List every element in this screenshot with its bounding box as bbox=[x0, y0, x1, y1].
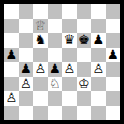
chess-board: ♛♕♞♛♚♟♟♟♟♟♙♟♟♙♟♙♟♙♞♘♚♔♟♙ bbox=[4, 4, 120, 120]
square-e8[interactable] bbox=[62, 4, 77, 19]
square-c5[interactable] bbox=[33, 48, 48, 63]
square-g6[interactable]: ♟ bbox=[91, 33, 106, 48]
square-f8[interactable] bbox=[77, 4, 92, 19]
piece-glyph: ♟ bbox=[92, 33, 104, 47]
piece-black-pawn: ♟ bbox=[19, 62, 34, 77]
piece-glyph: ♟ bbox=[107, 48, 119, 62]
piece-glyph: ♘ bbox=[49, 77, 61, 91]
piece-glyph: ♟ bbox=[20, 62, 32, 76]
square-c7[interactable]: ♛♕ bbox=[33, 19, 48, 34]
piece-glyph: ♛ bbox=[63, 33, 75, 47]
piece-white-pawn: ♟♙ bbox=[91, 62, 106, 77]
square-e4[interactable]: ♟♙ bbox=[62, 62, 77, 77]
square-g8[interactable] bbox=[91, 4, 106, 19]
piece-glyph: ♙ bbox=[92, 62, 104, 76]
square-a8[interactable] bbox=[4, 4, 19, 19]
square-e2[interactable] bbox=[62, 91, 77, 106]
square-h4[interactable] bbox=[106, 62, 121, 77]
square-d5[interactable] bbox=[48, 48, 63, 63]
piece-glyph: ♙ bbox=[63, 62, 75, 76]
square-f7[interactable] bbox=[77, 19, 92, 34]
piece-black-pawn: ♟ bbox=[48, 62, 63, 77]
square-h1[interactable] bbox=[106, 106, 121, 121]
chess-diagram: ♛♕♞♛♚♟♟♟♟♟♙♟♟♙♟♙♟♙♞♘♚♔♟♙ bbox=[0, 0, 124, 124]
square-b6[interactable] bbox=[19, 33, 34, 48]
piece-white-pawn: ♟♙ bbox=[62, 62, 77, 77]
piece-white-pawn: ♟♙ bbox=[19, 77, 34, 92]
square-d4[interactable]: ♟ bbox=[48, 62, 63, 77]
square-e3[interactable] bbox=[62, 77, 77, 92]
square-h6[interactable] bbox=[106, 33, 121, 48]
square-d3[interactable]: ♞♘ bbox=[48, 77, 63, 92]
piece-glyph: ♞ bbox=[34, 33, 46, 47]
square-a1[interactable] bbox=[4, 106, 19, 121]
square-c2[interactable] bbox=[33, 91, 48, 106]
square-d7[interactable] bbox=[48, 19, 63, 34]
square-b1[interactable] bbox=[19, 106, 34, 121]
piece-white-queen: ♛♕ bbox=[33, 19, 48, 34]
square-g4[interactable]: ♟♙ bbox=[91, 62, 106, 77]
square-d2[interactable] bbox=[48, 91, 63, 106]
piece-glyph: ♙ bbox=[20, 77, 32, 91]
square-g3[interactable] bbox=[91, 77, 106, 92]
square-c1[interactable] bbox=[33, 106, 48, 121]
piece-glyph: ♚ bbox=[78, 33, 90, 47]
square-d1[interactable] bbox=[48, 106, 63, 121]
square-h2[interactable] bbox=[106, 91, 121, 106]
piece-glyph: ♙ bbox=[34, 62, 46, 76]
piece-black-king: ♚ bbox=[77, 33, 92, 48]
piece-white-knight: ♞♘ bbox=[48, 77, 63, 92]
piece-white-pawn: ♟♙ bbox=[4, 91, 19, 106]
square-b8[interactable] bbox=[19, 4, 34, 19]
square-d8[interactable] bbox=[48, 4, 63, 19]
piece-white-king: ♚♔ bbox=[77, 77, 92, 92]
square-b3[interactable]: ♟♙ bbox=[19, 77, 34, 92]
square-c4[interactable]: ♟♙ bbox=[33, 62, 48, 77]
square-a4[interactable] bbox=[4, 62, 19, 77]
square-e5[interactable] bbox=[62, 48, 77, 63]
square-h8[interactable] bbox=[106, 4, 121, 19]
piece-black-pawn: ♟ bbox=[106, 48, 121, 63]
square-a3[interactable] bbox=[4, 77, 19, 92]
square-a5[interactable]: ♟ bbox=[4, 48, 19, 63]
square-f1[interactable] bbox=[77, 106, 92, 121]
square-f2[interactable] bbox=[77, 91, 92, 106]
square-b2[interactable] bbox=[19, 91, 34, 106]
square-b4[interactable]: ♟ bbox=[19, 62, 34, 77]
square-f5[interactable] bbox=[77, 48, 92, 63]
piece-black-pawn: ♟ bbox=[4, 48, 19, 63]
piece-white-pawn: ♟♙ bbox=[33, 62, 48, 77]
square-e6[interactable]: ♛ bbox=[62, 33, 77, 48]
square-g5[interactable] bbox=[91, 48, 106, 63]
square-c8[interactable] bbox=[33, 4, 48, 19]
piece-black-pawn: ♟ bbox=[91, 33, 106, 48]
square-e7[interactable] bbox=[62, 19, 77, 34]
piece-glyph: ♙ bbox=[5, 91, 17, 105]
square-c6[interactable]: ♞ bbox=[33, 33, 48, 48]
piece-glyph: ♕ bbox=[34, 19, 46, 33]
square-d6[interactable] bbox=[48, 33, 63, 48]
square-g1[interactable] bbox=[91, 106, 106, 121]
piece-glyph: ♔ bbox=[78, 77, 90, 91]
square-f4[interactable] bbox=[77, 62, 92, 77]
square-g2[interactable] bbox=[91, 91, 106, 106]
piece-black-knight: ♞ bbox=[33, 33, 48, 48]
piece-glyph: ♟ bbox=[5, 48, 17, 62]
square-h3[interactable] bbox=[106, 77, 121, 92]
piece-black-queen: ♛ bbox=[62, 33, 77, 48]
square-g7[interactable] bbox=[91, 19, 106, 34]
square-a2[interactable]: ♟♙ bbox=[4, 91, 19, 106]
square-a6[interactable] bbox=[4, 33, 19, 48]
square-h7[interactable] bbox=[106, 19, 121, 34]
square-b5[interactable] bbox=[19, 48, 34, 63]
square-e1[interactable] bbox=[62, 106, 77, 121]
square-c3[interactable] bbox=[33, 77, 48, 92]
square-h5[interactable]: ♟ bbox=[106, 48, 121, 63]
square-a7[interactable] bbox=[4, 19, 19, 34]
square-b7[interactable] bbox=[19, 19, 34, 34]
square-f6[interactable]: ♚ bbox=[77, 33, 92, 48]
piece-glyph: ♟ bbox=[49, 62, 61, 76]
square-f3[interactable]: ♚♔ bbox=[77, 77, 92, 92]
